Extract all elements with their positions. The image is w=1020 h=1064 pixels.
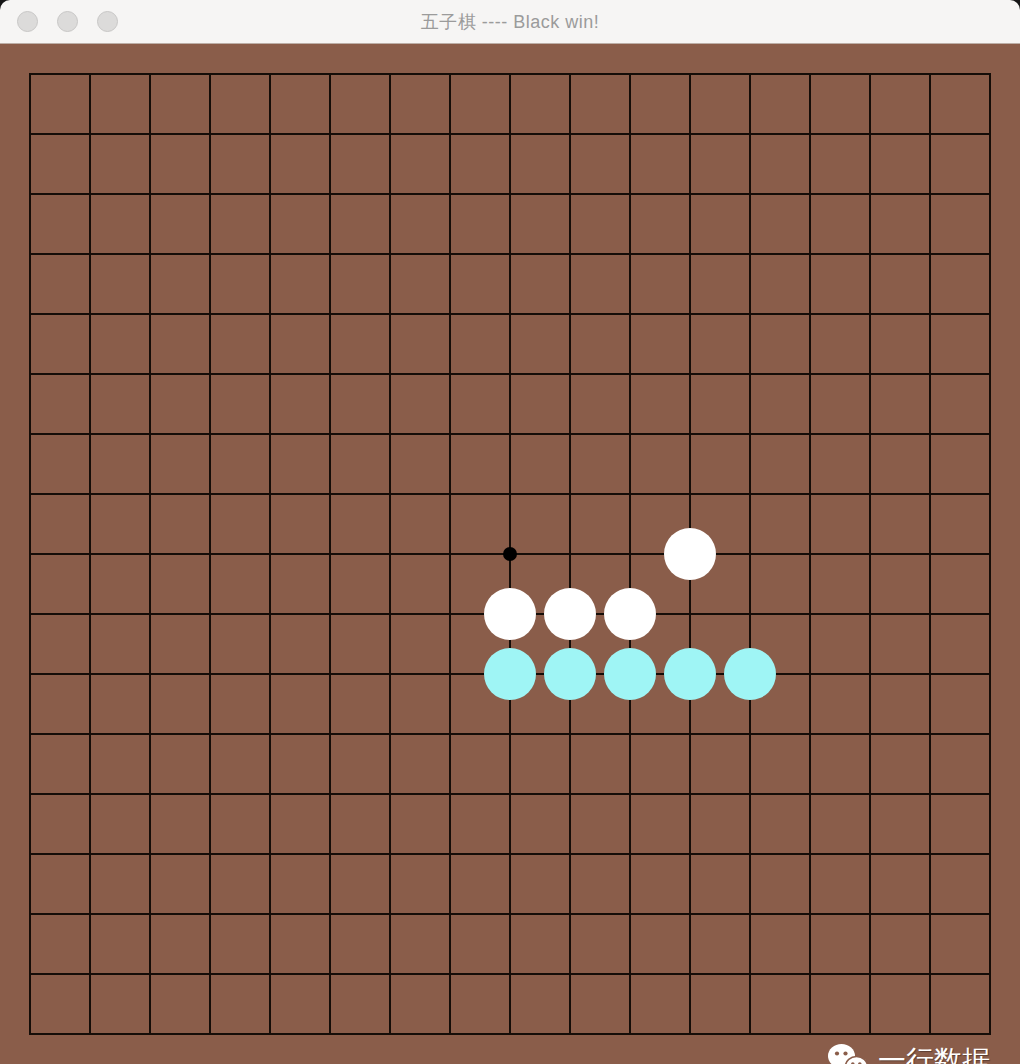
stone-white xyxy=(544,588,596,640)
stone-cyan xyxy=(484,648,536,700)
stone-cyan xyxy=(664,648,716,700)
gomoku-window: 五子棋 ---- Black win! 一行数据 xyxy=(0,0,1020,1064)
stone-white xyxy=(484,588,536,640)
watermark: 一行数据 xyxy=(827,1042,990,1064)
window-titlebar: 五子棋 ---- Black win! xyxy=(0,0,1020,44)
gomoku-board[interactable]: 一行数据 xyxy=(0,44,1020,1064)
center-star-point xyxy=(503,547,517,561)
stone-white xyxy=(664,528,716,580)
watermark-text: 一行数据 xyxy=(878,1042,990,1064)
stone-cyan xyxy=(724,648,776,700)
window-title: 五子棋 ---- Black win! xyxy=(0,0,1020,43)
stone-cyan xyxy=(544,648,596,700)
stone-cyan xyxy=(604,648,656,700)
wechat-icon xyxy=(827,1043,869,1064)
stone-white xyxy=(604,588,656,640)
